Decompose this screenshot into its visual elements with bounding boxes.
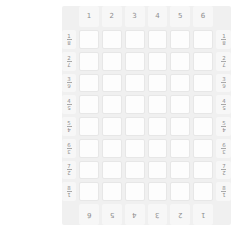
- board-cell: [193, 161, 213, 180]
- board-cell: [148, 95, 168, 114]
- rank-label-left: 54: [62, 117, 76, 136]
- rank-label-left: 45: [62, 95, 76, 114]
- rank-near-digit: 6: [222, 142, 225, 147]
- corner-cell: [62, 204, 76, 225]
- file-label-bottom: 3: [148, 204, 168, 225]
- rank-near-digit: 7: [67, 164, 70, 169]
- rank-far-digit-rotated: 7: [67, 63, 70, 68]
- board-cell: [170, 74, 190, 93]
- rotated-file-digit: 4: [132, 211, 136, 218]
- board-cell: [148, 182, 168, 201]
- board-cell: [125, 117, 145, 136]
- rank-far-digit-rotated: 4: [222, 128, 225, 133]
- board-cell: [79, 52, 99, 71]
- rotated-file-digit: 6: [87, 211, 91, 218]
- rank-far-digit-rotated: 8: [222, 41, 225, 46]
- board-cell: [125, 95, 145, 114]
- board-cell: [125, 139, 145, 158]
- rank-near-digit: 1: [67, 33, 70, 38]
- rank-far-digit-rotated: 8: [67, 41, 70, 46]
- rank-near-digit: 5: [67, 120, 70, 125]
- rank-far-digit-rotated: 2: [67, 172, 70, 177]
- board-cell: [170, 139, 190, 158]
- rank-far-digit-rotated: 1: [67, 193, 70, 198]
- rank-far-digit-rotated: 7: [222, 63, 225, 68]
- corner-cell: [216, 6, 231, 27]
- board-cell: [170, 30, 190, 49]
- rank-far-digit-rotated: 3: [67, 150, 70, 155]
- board-cell: [79, 117, 99, 136]
- board-cell: [148, 117, 168, 136]
- board-cell: [79, 161, 99, 180]
- board-cell: [170, 95, 190, 114]
- board-cell: [125, 52, 145, 71]
- rank-near-digit: 2: [67, 55, 70, 60]
- rank-near-digit: 2: [222, 55, 225, 60]
- board-cell: [102, 30, 122, 49]
- rank-near-digit: 8: [222, 185, 225, 190]
- board-cell: [125, 161, 145, 180]
- board-panel: 1234561818272736364545545463637272818165…: [62, 6, 231, 225]
- rank-label-right: 27: [216, 52, 231, 71]
- file-label-bottom: 1: [193, 204, 213, 225]
- rank-near-digit: 6: [67, 142, 70, 147]
- board-cell: [79, 30, 99, 49]
- file-label-top: 6: [193, 6, 213, 27]
- board-cell: [193, 182, 213, 201]
- rank-label-left: 18: [62, 30, 76, 49]
- rank-label-left: 27: [62, 52, 76, 71]
- board-cell: [170, 117, 190, 136]
- file-label-top: 1: [79, 6, 99, 27]
- board-cell: [79, 95, 99, 114]
- rotated-file-digit: 2: [178, 211, 182, 218]
- board-cell: [102, 139, 122, 158]
- board-cell: [148, 30, 168, 49]
- board-cell: [148, 74, 168, 93]
- rank-label-right: 36: [216, 74, 231, 93]
- rank-near-digit: 1: [222, 33, 225, 38]
- board-cell: [125, 74, 145, 93]
- board-cell: [193, 139, 213, 158]
- file-label-top: 5: [170, 6, 190, 27]
- board-cell: [125, 30, 145, 49]
- rank-far-digit-rotated: 4: [67, 128, 70, 133]
- board-cell: [102, 117, 122, 136]
- board-cell: [148, 52, 168, 71]
- corner-cell: [62, 6, 76, 27]
- rank-far-digit-rotated: 5: [222, 106, 225, 111]
- rank-near-digit: 3: [222, 77, 225, 82]
- rank-label-left: 36: [62, 74, 76, 93]
- board-cell: [193, 74, 213, 93]
- board-cell: [193, 30, 213, 49]
- board-cell: [193, 52, 213, 71]
- board-cell: [102, 95, 122, 114]
- rank-near-digit: 8: [67, 185, 70, 190]
- rank-far-digit-rotated: 3: [222, 150, 225, 155]
- rotated-file-digit: 3: [155, 211, 159, 218]
- rank-label-right: 81: [216, 182, 231, 201]
- rank-label-right: 54: [216, 117, 231, 136]
- board-cell: [193, 117, 213, 136]
- rank-far-digit-rotated: 2: [222, 172, 225, 177]
- rank-label-left: 81: [62, 182, 76, 201]
- board-cell: [79, 182, 99, 201]
- board-cell: [170, 161, 190, 180]
- board-cell: [170, 52, 190, 71]
- board-cell: [125, 182, 145, 201]
- board-cell: [102, 161, 122, 180]
- rank-far-digit-rotated: 1: [222, 193, 225, 198]
- board-cell: [102, 182, 122, 201]
- rank-label-right: 63: [216, 139, 231, 158]
- rank-near-digit: 4: [67, 98, 70, 103]
- file-label-bottom: 5: [102, 204, 122, 225]
- board-cell: [79, 139, 99, 158]
- board-cell: [102, 74, 122, 93]
- board-cell: [170, 182, 190, 201]
- rank-far-digit-rotated: 6: [67, 85, 70, 90]
- file-label-top: 2: [102, 6, 122, 27]
- rank-far-digit-rotated: 5: [67, 106, 70, 111]
- rank-near-digit: 4: [222, 98, 225, 103]
- file-label-bottom: 4: [125, 204, 145, 225]
- corner-cell: [216, 204, 231, 225]
- file-label-bottom: 6: [79, 204, 99, 225]
- rank-near-digit: 3: [67, 77, 70, 82]
- board-cell: [193, 95, 213, 114]
- rank-far-digit-rotated: 6: [222, 85, 225, 90]
- rotated-file-digit: 5: [110, 211, 114, 218]
- file-label-top: 4: [148, 6, 168, 27]
- board-cell: [102, 52, 122, 71]
- rank-label-left: 63: [62, 139, 76, 158]
- rank-near-digit: 5: [222, 120, 225, 125]
- rank-near-digit: 7: [222, 164, 225, 169]
- board-cell: [79, 74, 99, 93]
- board-cell: [148, 161, 168, 180]
- board-cell: [148, 139, 168, 158]
- rank-label-right: 18: [216, 30, 231, 49]
- rank-label-right: 45: [216, 95, 231, 114]
- rank-label-right: 72: [216, 161, 231, 180]
- file-label-bottom: 2: [170, 204, 190, 225]
- rotated-file-digit: 1: [201, 211, 205, 218]
- rank-label-left: 72: [62, 161, 76, 180]
- file-label-top: 3: [125, 6, 145, 27]
